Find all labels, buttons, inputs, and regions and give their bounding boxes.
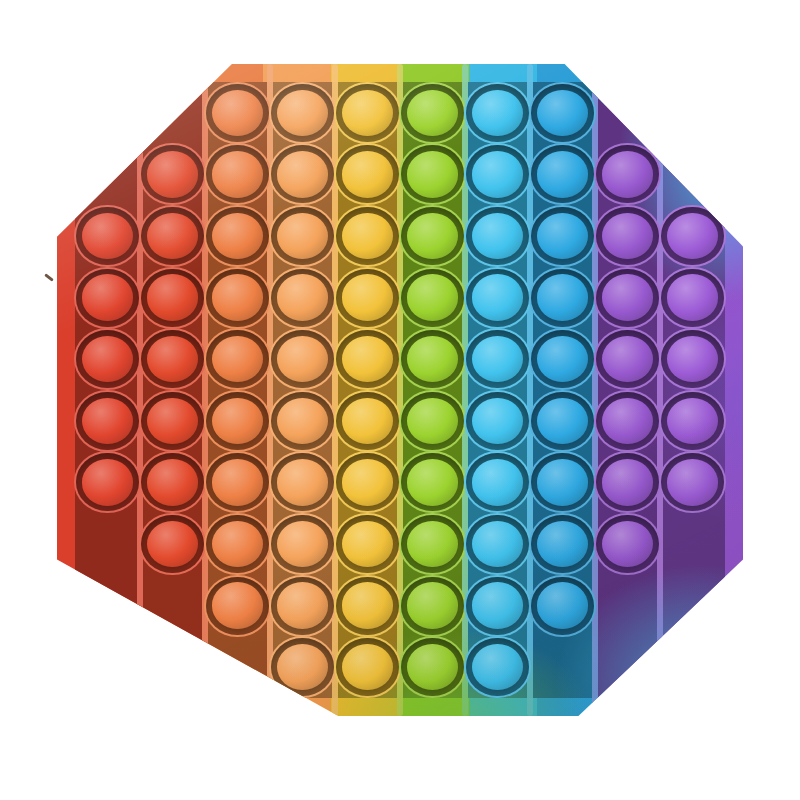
bubble-r3c3[interactable] bbox=[205, 205, 270, 267]
bubble-dome bbox=[407, 90, 458, 136]
bubble-r5c2[interactable] bbox=[140, 328, 205, 390]
bubble-socket bbox=[596, 330, 658, 388]
bubble-dome bbox=[212, 336, 263, 382]
bubble-socket bbox=[596, 145, 658, 203]
bubble-r8c4[interactable] bbox=[270, 513, 335, 575]
bubble-socket bbox=[271, 515, 333, 573]
bubble-socket bbox=[466, 453, 528, 511]
bubble-socket bbox=[141, 330, 203, 388]
bubble-dome bbox=[472, 213, 523, 259]
bubble-dome bbox=[602, 213, 653, 259]
bubble-r4c2[interactable] bbox=[140, 267, 205, 329]
bubble-socket bbox=[271, 269, 333, 327]
bubble-r4c10[interactable] bbox=[660, 267, 725, 329]
bubble-r2c6[interactable] bbox=[400, 144, 465, 206]
bubble-r9c6[interactable] bbox=[400, 575, 465, 637]
bubble-dome bbox=[667, 213, 718, 259]
bubble-dome bbox=[602, 274, 653, 320]
bubble-dome bbox=[277, 459, 328, 505]
bubble-dome bbox=[212, 582, 263, 628]
bubble-dome bbox=[472, 521, 523, 567]
bubble-r8c5[interactable] bbox=[335, 513, 400, 575]
pop-it-board bbox=[57, 64, 743, 716]
bubble-dome bbox=[212, 151, 263, 197]
bubble-dome bbox=[82, 274, 133, 320]
bubble-socket bbox=[271, 207, 333, 265]
bubble-r7c9[interactable] bbox=[595, 452, 660, 514]
bubble-dome bbox=[537, 459, 588, 505]
bubble-r5c8[interactable] bbox=[530, 328, 595, 390]
bubble-dome bbox=[407, 274, 458, 320]
bubble-r2c7[interactable] bbox=[465, 144, 530, 206]
bubble-r6c2[interactable] bbox=[140, 390, 205, 452]
bubble-socket bbox=[271, 638, 333, 696]
bubble-socket bbox=[336, 207, 398, 265]
bubble-dome bbox=[667, 274, 718, 320]
bubble-dome bbox=[537, 274, 588, 320]
bubble-socket bbox=[271, 145, 333, 203]
bubble-socket bbox=[336, 638, 398, 696]
bubble-socket bbox=[336, 515, 398, 573]
bubble-socket bbox=[206, 392, 268, 450]
bubble-r7c10[interactable] bbox=[660, 452, 725, 514]
bubble-socket bbox=[401, 145, 463, 203]
bubble-socket bbox=[466, 207, 528, 265]
bubble-dome bbox=[472, 151, 523, 197]
bubble-dome bbox=[407, 582, 458, 628]
bubble-socket bbox=[206, 145, 268, 203]
bubble-dome bbox=[82, 336, 133, 382]
bubble-r6c7[interactable] bbox=[465, 390, 530, 452]
bubble-r8c3[interactable] bbox=[205, 513, 270, 575]
bubble-r7c3[interactable] bbox=[205, 452, 270, 514]
bubble-dome bbox=[277, 90, 328, 136]
dust-speck bbox=[44, 273, 54, 282]
bubble-dome bbox=[537, 151, 588, 197]
bubble-socket bbox=[336, 269, 398, 327]
bubble-r8c2[interactable] bbox=[140, 513, 205, 575]
bubble-r6c8[interactable] bbox=[530, 390, 595, 452]
bubble-r2c5[interactable] bbox=[335, 144, 400, 206]
bubble-socket bbox=[466, 577, 528, 635]
bubble-r6c9[interactable] bbox=[595, 390, 660, 452]
bubble-r7c1[interactable] bbox=[75, 452, 140, 514]
bubble-socket bbox=[531, 207, 593, 265]
bubble-socket bbox=[401, 453, 463, 511]
bubble-r3c2[interactable] bbox=[140, 205, 205, 267]
bubble-dome bbox=[277, 274, 328, 320]
bubble-socket bbox=[336, 392, 398, 450]
bubble-r10c6[interactable] bbox=[400, 636, 465, 698]
bubble-socket bbox=[141, 392, 203, 450]
bubble-socket bbox=[596, 453, 658, 511]
bubble-socket bbox=[661, 453, 723, 511]
bubble-r4c3[interactable] bbox=[205, 267, 270, 329]
bubble-r5c7[interactable] bbox=[465, 328, 530, 390]
bubble-r9c4[interactable] bbox=[270, 575, 335, 637]
bubble-socket bbox=[141, 269, 203, 327]
bubble-dome bbox=[667, 459, 718, 505]
bubble-r8c6[interactable] bbox=[400, 513, 465, 575]
bubble-dome bbox=[147, 151, 198, 197]
bubble-r2c9[interactable] bbox=[595, 144, 660, 206]
bubble-r8c7[interactable] bbox=[465, 513, 530, 575]
bubble-dome bbox=[472, 582, 523, 628]
bubble-dome bbox=[342, 398, 393, 444]
bubble-socket bbox=[596, 392, 658, 450]
bubble-socket bbox=[401, 515, 463, 573]
bubble-dome bbox=[537, 90, 588, 136]
bubble-r5c1[interactable] bbox=[75, 328, 140, 390]
bubble-dome bbox=[342, 90, 393, 136]
bubble-dome bbox=[82, 398, 133, 444]
bubble-dome bbox=[342, 459, 393, 505]
bubble-dome bbox=[147, 398, 198, 444]
bubble-dome bbox=[147, 274, 198, 320]
bubble-dome bbox=[277, 336, 328, 382]
bubble-r3c9[interactable] bbox=[595, 205, 660, 267]
bubble-socket bbox=[531, 269, 593, 327]
bubble-dome bbox=[277, 398, 328, 444]
bubble-r3c6[interactable] bbox=[400, 205, 465, 267]
bubble-r9c3[interactable] bbox=[205, 575, 270, 637]
bubble-socket bbox=[206, 577, 268, 635]
bubble-socket bbox=[76, 269, 138, 327]
bubble-socket bbox=[271, 330, 333, 388]
bubble-socket bbox=[141, 515, 203, 573]
bubble-socket bbox=[466, 515, 528, 573]
bubble-socket bbox=[76, 330, 138, 388]
bubble-r5c6[interactable] bbox=[400, 328, 465, 390]
bubble-socket bbox=[401, 269, 463, 327]
bubble-r3c5[interactable] bbox=[335, 205, 400, 267]
bubble-dome bbox=[602, 336, 653, 382]
bubble-socket bbox=[206, 84, 268, 142]
bubble-socket bbox=[466, 84, 528, 142]
bubble-socket bbox=[206, 330, 268, 388]
bubble-dome bbox=[212, 459, 263, 505]
bubble-dome bbox=[277, 582, 328, 628]
bubble-dome bbox=[407, 459, 458, 505]
bubble-dome bbox=[212, 90, 263, 136]
bubble-socket bbox=[596, 269, 658, 327]
bubble-r4c6[interactable] bbox=[400, 267, 465, 329]
bubble-socket bbox=[531, 330, 593, 388]
bubble-socket bbox=[531, 453, 593, 511]
bubble-dome bbox=[212, 521, 263, 567]
bubble-socket bbox=[661, 269, 723, 327]
bubble-r7c2[interactable] bbox=[140, 452, 205, 514]
bubble-socket bbox=[141, 453, 203, 511]
bubble-dome bbox=[82, 213, 133, 259]
bubble-r2c8[interactable] bbox=[530, 144, 595, 206]
bubble-r9c8[interactable] bbox=[530, 575, 595, 637]
bubble-r4c7[interactable] bbox=[465, 267, 530, 329]
bubble-socket bbox=[271, 84, 333, 142]
bubble-socket bbox=[596, 207, 658, 265]
bubble-dome bbox=[277, 521, 328, 567]
bubble-dome bbox=[147, 521, 198, 567]
bubble-grid bbox=[75, 82, 725, 698]
bubble-dome bbox=[472, 644, 523, 690]
bubble-r4c8[interactable] bbox=[530, 267, 595, 329]
bubble-r6c5[interactable] bbox=[335, 390, 400, 452]
bubble-dome bbox=[537, 398, 588, 444]
bubble-dome bbox=[342, 213, 393, 259]
bubble-socket bbox=[531, 84, 593, 142]
bubble-socket bbox=[401, 392, 463, 450]
bubble-dome bbox=[342, 336, 393, 382]
bubble-socket bbox=[531, 145, 593, 203]
bubble-socket bbox=[596, 515, 658, 573]
bubble-dome bbox=[407, 521, 458, 567]
bubble-dome bbox=[407, 213, 458, 259]
bubble-dome bbox=[537, 582, 588, 628]
bubble-socket bbox=[76, 207, 138, 265]
bubble-socket bbox=[336, 84, 398, 142]
bubble-dome bbox=[472, 274, 523, 320]
bubble-r7c4[interactable] bbox=[270, 452, 335, 514]
bubble-dome bbox=[147, 336, 198, 382]
bubble-dome bbox=[667, 336, 718, 382]
bubble-r5c5[interactable] bbox=[335, 328, 400, 390]
bubble-r1c8[interactable] bbox=[530, 82, 595, 144]
bubble-dome bbox=[537, 213, 588, 259]
bubble-r3c1[interactable] bbox=[75, 205, 140, 267]
bubble-socket bbox=[336, 453, 398, 511]
bubble-socket bbox=[336, 577, 398, 635]
bubble-r7c8[interactable] bbox=[530, 452, 595, 514]
bubble-socket bbox=[661, 330, 723, 388]
bubble-r1c4[interactable] bbox=[270, 82, 335, 144]
bubble-socket bbox=[206, 269, 268, 327]
bubble-r4c1[interactable] bbox=[75, 267, 140, 329]
bubble-dome bbox=[602, 151, 653, 197]
bubble-socket bbox=[271, 577, 333, 635]
bubble-socket bbox=[401, 330, 463, 388]
bubble-socket bbox=[141, 145, 203, 203]
bubble-socket bbox=[466, 269, 528, 327]
bubble-r3c10[interactable] bbox=[660, 205, 725, 267]
bubble-dome bbox=[407, 644, 458, 690]
bubble-dome bbox=[472, 398, 523, 444]
bubble-dome bbox=[82, 459, 133, 505]
bubble-r10c4[interactable] bbox=[270, 636, 335, 698]
bubble-dome bbox=[342, 521, 393, 567]
bubble-socket bbox=[271, 453, 333, 511]
bubble-dome bbox=[472, 459, 523, 505]
bubble-socket bbox=[206, 515, 268, 573]
bubble-dome bbox=[472, 336, 523, 382]
bubble-r10c7[interactable] bbox=[465, 636, 530, 698]
bubble-r4c9[interactable] bbox=[595, 267, 660, 329]
bubble-socket bbox=[76, 392, 138, 450]
bubble-dome bbox=[602, 398, 653, 444]
bubble-dome bbox=[277, 644, 328, 690]
bubble-socket bbox=[401, 638, 463, 696]
bubble-socket bbox=[661, 207, 723, 265]
bubble-r5c4[interactable] bbox=[270, 328, 335, 390]
bubble-dome bbox=[407, 151, 458, 197]
bubble-r4c4[interactable] bbox=[270, 267, 335, 329]
bubble-dome bbox=[342, 151, 393, 197]
bubble-r5c3[interactable] bbox=[205, 328, 270, 390]
bubble-r2c4[interactable] bbox=[270, 144, 335, 206]
bubble-dome bbox=[342, 644, 393, 690]
bubble-socket bbox=[206, 207, 268, 265]
bubble-dome bbox=[212, 274, 263, 320]
bubble-dome bbox=[212, 398, 263, 444]
bubble-r5c9[interactable] bbox=[595, 328, 660, 390]
bubble-socket bbox=[466, 638, 528, 696]
bubble-socket bbox=[336, 145, 398, 203]
bubble-socket bbox=[466, 145, 528, 203]
bubble-dome bbox=[342, 274, 393, 320]
bubble-socket bbox=[661, 392, 723, 450]
bubble-r1c5[interactable] bbox=[335, 82, 400, 144]
bubble-r6c4[interactable] bbox=[270, 390, 335, 452]
bubble-dome bbox=[342, 582, 393, 628]
bubble-r8c8[interactable] bbox=[530, 513, 595, 575]
bubble-dome bbox=[407, 398, 458, 444]
bubble-r4c5[interactable] bbox=[335, 267, 400, 329]
bubble-dome bbox=[537, 336, 588, 382]
bubble-socket bbox=[336, 330, 398, 388]
bubble-r1c7[interactable] bbox=[465, 82, 530, 144]
bubble-r2c2[interactable] bbox=[140, 144, 205, 206]
bubble-socket bbox=[466, 392, 528, 450]
bubble-socket bbox=[206, 453, 268, 511]
bubble-r6c3[interactable] bbox=[205, 390, 270, 452]
bubble-dome bbox=[147, 459, 198, 505]
photo-background bbox=[0, 0, 800, 800]
bubble-r7c7[interactable] bbox=[465, 452, 530, 514]
bubble-dome bbox=[407, 336, 458, 382]
bubble-r1c3[interactable] bbox=[205, 82, 270, 144]
bubble-r8c9[interactable] bbox=[595, 513, 660, 575]
bubble-socket bbox=[271, 392, 333, 450]
bubble-socket bbox=[531, 515, 593, 573]
bubble-dome bbox=[212, 213, 263, 259]
bubble-socket bbox=[531, 392, 593, 450]
bubble-socket bbox=[531, 577, 593, 635]
bubble-socket bbox=[76, 453, 138, 511]
bubble-r6c10[interactable] bbox=[660, 390, 725, 452]
bubble-r9c5[interactable] bbox=[335, 575, 400, 637]
bubble-socket bbox=[401, 207, 463, 265]
bubble-r7c6[interactable] bbox=[400, 452, 465, 514]
bubble-socket bbox=[466, 330, 528, 388]
bubble-dome bbox=[667, 398, 718, 444]
bubble-r3c8[interactable] bbox=[530, 205, 595, 267]
bubble-r5c10[interactable] bbox=[660, 328, 725, 390]
bubble-r9c7[interactable] bbox=[465, 575, 530, 637]
bubble-dome bbox=[472, 90, 523, 136]
bubble-dome bbox=[277, 151, 328, 197]
bubble-r2c3[interactable] bbox=[205, 144, 270, 206]
bubble-r7c5[interactable] bbox=[335, 452, 400, 514]
bubble-socket bbox=[141, 207, 203, 265]
bubble-dome bbox=[277, 213, 328, 259]
bubble-r3c7[interactable] bbox=[465, 205, 530, 267]
bubble-r6c6[interactable] bbox=[400, 390, 465, 452]
bubble-socket bbox=[401, 84, 463, 142]
bubble-dome bbox=[537, 521, 588, 567]
bubble-r10c5[interactable] bbox=[335, 636, 400, 698]
bubble-r3c4[interactable] bbox=[270, 205, 335, 267]
bubble-r1c6[interactable] bbox=[400, 82, 465, 144]
bubble-r6c1[interactable] bbox=[75, 390, 140, 452]
bubble-dome bbox=[602, 521, 653, 567]
bubble-dome bbox=[602, 459, 653, 505]
bubble-socket bbox=[401, 577, 463, 635]
bubble-dome bbox=[147, 213, 198, 259]
